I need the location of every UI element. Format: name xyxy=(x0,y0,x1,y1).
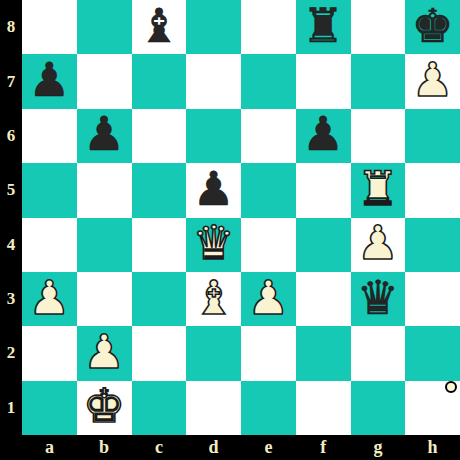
square-b5[interactable] xyxy=(77,163,132,217)
black-bishop: ♝ xyxy=(138,2,180,49)
square-g6[interactable] xyxy=(351,109,406,163)
square-b8[interactable] xyxy=(77,0,132,54)
square-f1[interactable] xyxy=(296,381,351,435)
square-e7[interactable] xyxy=(241,54,296,108)
square-g5[interactable]: ♜ xyxy=(351,163,406,217)
file-label-h: h xyxy=(405,435,460,460)
square-g2[interactable] xyxy=(351,326,406,380)
square-c8[interactable]: ♝ xyxy=(132,0,187,54)
square-c3[interactable] xyxy=(132,272,187,326)
square-c4[interactable] xyxy=(132,218,187,272)
square-a2[interactable] xyxy=(22,326,77,380)
square-d6[interactable] xyxy=(186,109,241,163)
black-pawn: ♟ xyxy=(28,56,70,103)
square-f6[interactable]: ♟ xyxy=(296,109,351,163)
square-f3[interactable] xyxy=(296,272,351,326)
square-b4[interactable] xyxy=(77,218,132,272)
square-h7[interactable]: ♟ xyxy=(405,54,460,108)
file-label-d: d xyxy=(186,435,241,460)
white-pawn: ♟ xyxy=(83,328,125,375)
square-e8[interactable] xyxy=(241,0,296,54)
square-h4[interactable] xyxy=(405,218,460,272)
white-queen: ♛ xyxy=(193,219,235,266)
rank-label-7: 7 xyxy=(0,54,22,108)
black-pawn: ♟ xyxy=(83,110,125,157)
square-a4[interactable] xyxy=(22,218,77,272)
square-b3[interactable] xyxy=(77,272,132,326)
square-a3[interactable]: ♟ xyxy=(22,272,77,326)
white-to-move-indicator xyxy=(445,381,457,393)
square-f7[interactable] xyxy=(296,54,351,108)
white-pawn: ♟ xyxy=(357,219,399,266)
white-pawn: ♟ xyxy=(247,274,289,321)
square-c7[interactable] xyxy=(132,54,187,108)
square-e5[interactable] xyxy=(241,163,296,217)
rank-label-3: 3 xyxy=(0,272,22,326)
file-label-a: a xyxy=(22,435,77,460)
square-a6[interactable] xyxy=(22,109,77,163)
black-king: ♚ xyxy=(412,2,454,49)
rank-label-4: 4 xyxy=(0,218,22,272)
square-d2[interactable] xyxy=(186,326,241,380)
square-h5[interactable] xyxy=(405,163,460,217)
rank-label-8: 8 xyxy=(0,0,22,54)
rank-label-5: 5 xyxy=(0,163,22,217)
white-pawn: ♟ xyxy=(28,274,70,321)
square-a8[interactable] xyxy=(22,0,77,54)
square-c5[interactable] xyxy=(132,163,187,217)
square-d1[interactable] xyxy=(186,381,241,435)
square-e4[interactable] xyxy=(241,218,296,272)
square-e2[interactable] xyxy=(241,326,296,380)
square-h6[interactable] xyxy=(405,109,460,163)
file-label-b: b xyxy=(77,435,132,460)
square-d5[interactable]: ♟ xyxy=(186,163,241,217)
square-e6[interactable] xyxy=(241,109,296,163)
square-d7[interactable] xyxy=(186,54,241,108)
rank-labels: 87654321 xyxy=(0,0,22,435)
square-b2[interactable]: ♟ xyxy=(77,326,132,380)
square-d8[interactable] xyxy=(186,0,241,54)
square-a7[interactable]: ♟ xyxy=(22,54,77,108)
square-g4[interactable]: ♟ xyxy=(351,218,406,272)
rank-label-2: 2 xyxy=(0,326,22,380)
file-label-e: e xyxy=(241,435,296,460)
rank-label-1: 1 xyxy=(0,381,22,435)
black-rook: ♜ xyxy=(302,2,344,49)
rank-label-6: 6 xyxy=(0,109,22,163)
square-e1[interactable] xyxy=(241,381,296,435)
square-g8[interactable] xyxy=(351,0,406,54)
square-d3[interactable]: ♝ xyxy=(186,272,241,326)
square-h8[interactable]: ♚ xyxy=(405,0,460,54)
square-b1[interactable]: ♚ xyxy=(77,381,132,435)
white-rook: ♜ xyxy=(357,165,399,212)
file-label-c: c xyxy=(132,435,187,460)
square-h2[interactable] xyxy=(405,326,460,380)
black-pawn: ♟ xyxy=(193,165,235,212)
square-g7[interactable] xyxy=(351,54,406,108)
square-a1[interactable] xyxy=(22,381,77,435)
chess-diagram: 87654321 ♝♜♚♟♟♟♟♟♜♛♟♟♝♟♛♟♚ abcdefgh xyxy=(0,0,460,460)
square-c2[interactable] xyxy=(132,326,187,380)
square-c1[interactable] xyxy=(132,381,187,435)
black-pawn: ♟ xyxy=(302,110,344,157)
square-d4[interactable]: ♛ xyxy=(186,218,241,272)
square-f4[interactable] xyxy=(296,218,351,272)
black-queen: ♛ xyxy=(357,274,399,321)
square-b7[interactable] xyxy=(77,54,132,108)
square-a5[interactable] xyxy=(22,163,77,217)
square-f2[interactable] xyxy=(296,326,351,380)
square-f8[interactable]: ♜ xyxy=(296,0,351,54)
chess-diagram-root: { "game": "chess", "position": { "fen": … xyxy=(0,0,460,460)
file-label-f: f xyxy=(296,435,351,460)
white-pawn: ♟ xyxy=(412,56,454,103)
square-c6[interactable] xyxy=(132,109,187,163)
file-label-g: g xyxy=(351,435,406,460)
square-g3[interactable]: ♛ xyxy=(351,272,406,326)
chess-board: ♝♜♚♟♟♟♟♟♜♛♟♟♝♟♛♟♚ xyxy=(22,0,460,435)
square-b6[interactable]: ♟ xyxy=(77,109,132,163)
square-g1[interactable] xyxy=(351,381,406,435)
square-e3[interactable]: ♟ xyxy=(241,272,296,326)
white-king: ♚ xyxy=(83,382,125,429)
file-labels: abcdefgh xyxy=(22,435,460,460)
square-f5[interactable] xyxy=(296,163,351,217)
square-h3[interactable] xyxy=(405,272,460,326)
white-bishop: ♝ xyxy=(193,274,235,321)
